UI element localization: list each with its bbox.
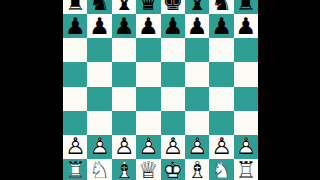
piece-black-pawn[interactable]: ♟ (112, 14, 136, 38)
white-piece-outline-glyph: ♙ (87, 135, 111, 159)
square-h8[interactable]: ♜ (234, 0, 258, 14)
white-piece-outline-glyph: ♙ (63, 135, 87, 159)
piece-white-king[interactable]: ♚♔ (161, 159, 185, 180)
piece-white-queen[interactable]: ♛♕ (136, 159, 160, 180)
black-piece-glyph: ♟ (63, 14, 87, 38)
square-g8[interactable]: ♞ (209, 0, 233, 14)
square-a7[interactable]: ♟ (63, 14, 87, 38)
square-a1[interactable]: ♜♖ (63, 159, 87, 180)
piece-white-pawn[interactable]: ♟♙ (209, 135, 233, 159)
square-g7[interactable]: ♟ (209, 14, 233, 38)
square-e8[interactable]: ♚ (161, 0, 185, 14)
square-f1[interactable]: ♝♗ (185, 159, 209, 180)
black-piece-glyph: ♟ (112, 14, 136, 38)
black-piece-glyph: ♞ (87, 0, 111, 14)
square-c3[interactable] (112, 111, 136, 135)
piece-black-knight[interactable]: ♞ (87, 0, 111, 14)
white-piece-outline-glyph: ♕ (136, 159, 160, 180)
black-piece-glyph: ♟ (161, 14, 185, 38)
square-g2[interactable]: ♟♙ (209, 135, 233, 159)
piece-black-knight[interactable]: ♞ (209, 0, 233, 14)
square-b4[interactable] (87, 87, 111, 111)
square-b3[interactable] (87, 111, 111, 135)
square-d3[interactable] (136, 111, 160, 135)
square-g6[interactable] (209, 38, 233, 62)
piece-white-rook[interactable]: ♜♖ (63, 159, 87, 180)
piece-black-pawn[interactable]: ♟ (161, 14, 185, 38)
square-b8[interactable]: ♞ (87, 0, 111, 14)
piece-black-king[interactable]: ♚ (161, 0, 185, 14)
square-e7[interactable]: ♟ (161, 14, 185, 38)
piece-black-pawn[interactable]: ♟ (63, 14, 87, 38)
square-f8[interactable]: ♝ (185, 0, 209, 14)
square-a3[interactable] (63, 111, 87, 135)
white-piece-outline-glyph: ♙ (136, 135, 160, 159)
square-d5[interactable] (136, 62, 160, 86)
white-piece-outline-glyph: ♘ (87, 159, 111, 180)
black-piece-glyph: ♟ (234, 14, 258, 38)
piece-black-rook[interactable]: ♜ (63, 0, 87, 14)
chess-board: ♜♞♝♛♚♝♞♜♟♟♟♟♟♟♟♟♟♙♟♙♟♙♟♙♟♙♟♙♟♙♟♙♜♖♞♘♝♗♛♕… (63, 0, 258, 180)
piece-black-pawn[interactable]: ♟ (87, 14, 111, 38)
piece-white-pawn[interactable]: ♟♙ (185, 135, 209, 159)
square-c5[interactable] (112, 62, 136, 86)
square-b2[interactable]: ♟♙ (87, 135, 111, 159)
square-f5[interactable] (185, 62, 209, 86)
square-d1[interactable]: ♛♕ (136, 159, 160, 180)
white-piece-outline-glyph: ♖ (63, 159, 87, 180)
square-e3[interactable] (161, 111, 185, 135)
white-piece-outline-glyph: ♘ (209, 159, 233, 180)
square-d6[interactable] (136, 38, 160, 62)
square-e1[interactable]: ♚♔ (161, 159, 185, 180)
square-f7[interactable]: ♟ (185, 14, 209, 38)
white-piece-outline-glyph: ♔ (161, 159, 185, 180)
piece-white-knight[interactable]: ♞♘ (87, 159, 111, 180)
white-piece-outline-glyph: ♙ (112, 135, 136, 159)
square-h7[interactable]: ♟ (234, 14, 258, 38)
square-c1[interactable]: ♝♗ (112, 159, 136, 180)
piece-black-bishop[interactable]: ♝ (185, 0, 209, 14)
piece-white-pawn[interactable]: ♟♙ (136, 135, 160, 159)
piece-white-pawn[interactable]: ♟♙ (87, 135, 111, 159)
piece-black-pawn[interactable]: ♟ (234, 14, 258, 38)
square-c2[interactable]: ♟♙ (112, 135, 136, 159)
square-c8[interactable]: ♝ (112, 0, 136, 14)
piece-white-bishop[interactable]: ♝♗ (112, 159, 136, 180)
white-piece-outline-glyph: ♗ (185, 159, 209, 180)
square-d7[interactable]: ♟ (136, 14, 160, 38)
square-h3[interactable] (234, 111, 258, 135)
black-piece-glyph: ♝ (112, 0, 136, 14)
square-a2[interactable]: ♟♙ (63, 135, 87, 159)
black-piece-glyph: ♟ (87, 14, 111, 38)
square-e5[interactable] (161, 62, 185, 86)
chess-app-viewport: ♜♞♝♛♚♝♞♜♟♟♟♟♟♟♟♟♟♙♟♙♟♙♟♙♟♙♟♙♟♙♟♙♜♖♞♘♝♗♛♕… (0, 0, 320, 180)
piece-white-rook[interactable]: ♜♖ (234, 159, 258, 180)
white-piece-outline-glyph: ♙ (185, 135, 209, 159)
square-c4[interactable] (112, 87, 136, 111)
black-piece-glyph: ♟ (136, 14, 160, 38)
piece-white-pawn[interactable]: ♟♙ (112, 135, 136, 159)
square-f3[interactable] (185, 111, 209, 135)
white-piece-outline-glyph: ♙ (161, 135, 185, 159)
piece-black-queen[interactable]: ♛ (136, 0, 160, 14)
piece-black-rook[interactable]: ♜ (234, 0, 258, 14)
square-f4[interactable] (185, 87, 209, 111)
black-piece-glyph: ♚ (161, 0, 185, 14)
piece-white-knight[interactable]: ♞♘ (209, 159, 233, 180)
piece-white-bishop[interactable]: ♝♗ (185, 159, 209, 180)
square-a6[interactable] (63, 38, 87, 62)
square-h1[interactable]: ♜♖ (234, 159, 258, 180)
square-h6[interactable] (234, 38, 258, 62)
square-g3[interactable] (209, 111, 233, 135)
white-piece-outline-glyph: ♙ (234, 135, 258, 159)
square-f6[interactable] (185, 38, 209, 62)
square-f2[interactable]: ♟♙ (185, 135, 209, 159)
black-piece-glyph: ♞ (209, 0, 233, 14)
square-e4[interactable] (161, 87, 185, 111)
square-e2[interactable]: ♟♙ (161, 135, 185, 159)
square-b5[interactable] (87, 62, 111, 86)
square-b6[interactable] (87, 38, 111, 62)
square-c7[interactable]: ♟ (112, 14, 136, 38)
square-g4[interactable] (209, 87, 233, 111)
piece-white-pawn[interactable]: ♟♙ (63, 135, 87, 159)
square-h5[interactable] (234, 62, 258, 86)
square-d2[interactable]: ♟♙ (136, 135, 160, 159)
square-b1[interactable]: ♞♘ (87, 159, 111, 180)
piece-black-pawn[interactable]: ♟ (209, 14, 233, 38)
square-g1[interactable]: ♞♘ (209, 159, 233, 180)
square-h4[interactable] (234, 87, 258, 111)
square-c6[interactable] (112, 38, 136, 62)
black-piece-glyph: ♜ (234, 0, 258, 14)
square-g5[interactable] (209, 62, 233, 86)
black-piece-glyph: ♟ (209, 14, 233, 38)
white-piece-outline-glyph: ♖ (234, 159, 258, 180)
square-a5[interactable] (63, 62, 87, 86)
white-piece-outline-glyph: ♗ (112, 159, 136, 180)
square-e6[interactable] (161, 38, 185, 62)
black-piece-glyph: ♝ (185, 0, 209, 14)
square-d4[interactable] (136, 87, 160, 111)
square-d8[interactable]: ♛ (136, 0, 160, 14)
black-piece-glyph: ♜ (63, 0, 87, 14)
white-piece-outline-glyph: ♙ (209, 135, 233, 159)
piece-black-bishop[interactable]: ♝ (112, 0, 136, 14)
square-a4[interactable] (63, 87, 87, 111)
piece-white-pawn[interactable]: ♟♙ (161, 135, 185, 159)
piece-black-pawn[interactable]: ♟ (136, 14, 160, 38)
square-a8[interactable]: ♜ (63, 0, 87, 14)
piece-black-pawn[interactable]: ♟ (185, 14, 209, 38)
piece-white-pawn[interactable]: ♟♙ (234, 135, 258, 159)
black-piece-glyph: ♟ (185, 14, 209, 38)
square-b7[interactable]: ♟ (87, 14, 111, 38)
square-h2[interactable]: ♟♙ (234, 135, 258, 159)
black-piece-glyph: ♛ (136, 0, 160, 14)
